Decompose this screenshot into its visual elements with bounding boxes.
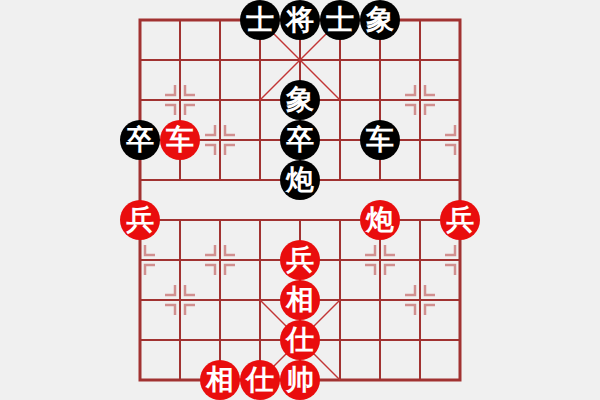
piece-black-pawn[interactable]: 卒 [280, 120, 320, 160]
piece-black-elephant[interactable]: 象 [360, 0, 400, 40]
piece-red-elephant[interactable]: 相 [200, 360, 240, 400]
piece-black-advisor[interactable]: 士 [240, 0, 280, 40]
xiangqi-board: 士将士象象卒车卒车炮兵炮兵兵相仕相仕帅 [0, 0, 600, 400]
piece-black-cannon[interactable]: 炮 [280, 160, 320, 200]
piece-red-elephant[interactable]: 相 [280, 280, 320, 320]
piece-layer: 士将士象象卒车卒车炮兵炮兵兵相仕相仕帅 [120, 0, 480, 400]
piece-black-elephant[interactable]: 象 [280, 80, 320, 120]
piece-red-advisor[interactable]: 仕 [280, 320, 320, 360]
piece-red-king[interactable]: 帅 [280, 360, 320, 400]
piece-red-pawn[interactable]: 兵 [120, 200, 160, 240]
piece-black-advisor[interactable]: 士 [320, 0, 360, 40]
piece-black-king[interactable]: 将 [280, 0, 320, 40]
piece-red-advisor[interactable]: 仕 [240, 360, 280, 400]
piece-red-chariot[interactable]: 车 [160, 120, 200, 160]
piece-red-pawn[interactable]: 兵 [440, 200, 480, 240]
piece-red-cannon[interactable]: 炮 [360, 200, 400, 240]
piece-red-pawn[interactable]: 兵 [280, 240, 320, 280]
piece-black-chariot[interactable]: 车 [360, 120, 400, 160]
piece-black-pawn[interactable]: 卒 [120, 120, 160, 160]
